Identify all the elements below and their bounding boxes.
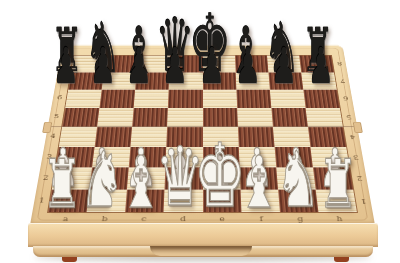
square-b4 [95,127,133,147]
file-label-g: g [297,216,303,223]
square-a3 [55,147,94,168]
square-h3 [310,147,349,168]
square-a7 [68,72,104,89]
chess-board: 8765432187654321abcdefgh [30,45,375,225]
square-a2 [52,167,92,189]
square-e7 [203,72,237,89]
rank-label-right-1: 1 [357,198,369,205]
square-d4 [167,127,203,147]
square-g3 [274,147,312,168]
file-label-h: h [336,216,343,223]
fold-seam [48,126,358,127]
square-d1 [164,189,203,212]
square-h7 [301,72,337,89]
rank-label-right-8: 8 [335,61,345,66]
square-d3 [166,147,203,168]
rank-label-left-8: 8 [61,61,71,66]
square-b5 [97,108,134,127]
square-a1 [48,189,89,212]
rank-label-right-3: 3 [350,154,361,160]
square-b1 [87,189,127,212]
square-a6 [65,90,102,108]
square-c2 [127,167,166,189]
square-a4 [59,127,97,147]
square-g6 [270,90,306,108]
square-e1 [203,189,242,212]
square-e8 [203,56,236,73]
square-e6 [203,90,237,108]
rank-label-left-5: 5 [51,114,62,119]
rank-label-right-6: 6 [340,95,350,100]
square-d2 [165,167,203,189]
square-g7 [268,72,303,89]
square-c7 [135,72,169,89]
square-c1 [125,189,165,212]
square-b7 [102,72,137,89]
square-e3 [203,147,240,168]
square-d7 [169,72,203,89]
square-b3 [92,147,130,168]
hinge-left [42,122,52,133]
square-c4 [131,127,168,147]
rank-label-right-2: 2 [354,175,366,181]
hinge-right [353,122,363,133]
square-d6 [168,90,202,108]
square-e2 [203,167,241,189]
rank-label-left-6: 6 [54,95,64,100]
square-e5 [203,108,238,127]
rank-label-right-4: 4 [347,134,358,140]
square-b2 [90,167,129,189]
rank-label-left-1: 1 [36,198,48,205]
rank-label-left-3: 3 [44,154,55,160]
square-f8 [235,56,269,73]
case-front [28,223,378,247]
file-label-a: a [62,216,68,223]
square-d5 [167,108,202,127]
square-g8 [267,56,301,73]
square-c6 [134,90,169,108]
square-h8 [299,56,334,73]
square-a5 [62,108,99,127]
square-f2 [239,167,278,189]
square-h4 [308,127,346,147]
board-grid [47,55,358,213]
square-d8 [170,56,203,73]
file-label-e: e [219,216,224,223]
square-f6 [236,90,271,108]
square-g5 [271,108,308,127]
rank-label-right-5: 5 [343,114,354,119]
square-a8 [71,56,106,73]
square-c5 [132,108,168,127]
square-b8 [104,56,138,73]
square-h2 [313,167,353,189]
rank-label-right-7: 7 [337,78,347,83]
square-f7 [235,72,269,89]
rank-label-left-4: 4 [47,134,58,140]
square-f5 [237,108,273,127]
square-g1 [278,189,318,212]
square-f4 [238,127,275,147]
file-label-c: c [141,216,146,223]
square-h1 [315,189,356,212]
square-g4 [273,127,311,147]
square-f3 [238,147,276,168]
square-h5 [305,108,342,127]
square-f1 [240,189,280,212]
rank-label-left-7: 7 [57,78,67,83]
square-g2 [276,167,315,189]
rank-label-left-2: 2 [40,175,52,181]
file-label-b: b [101,216,107,223]
square-e4 [203,127,239,147]
file-label-f: f [259,216,263,223]
square-c3 [129,147,167,168]
square-h6 [303,90,340,108]
square-c8 [137,56,171,73]
chess-set-photo: 8765432187654321abcdefgh ♜♞♝♛♚♝♞♜♟♟♟♟♟♟♟… [0,0,400,263]
file-label-d: d [180,216,186,223]
handle-notch [150,246,252,256]
square-b6 [100,90,136,108]
